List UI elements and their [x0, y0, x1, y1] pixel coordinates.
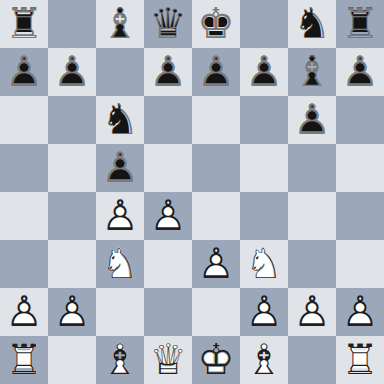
- square-g8[interactable]: ♞: [288, 0, 336, 48]
- square-f4[interactable]: [240, 192, 288, 240]
- square-a1[interactable]: ♜: [0, 336, 48, 384]
- square-f1[interactable]: ♝: [240, 336, 288, 384]
- square-d4[interactable]: ♟: [144, 192, 192, 240]
- square-f8[interactable]: [240, 0, 288, 48]
- piece-black-bishop[interactable]: ♝: [293, 51, 331, 93]
- square-f5[interactable]: [240, 144, 288, 192]
- piece-white-pawn[interactable]: ♟: [197, 243, 235, 285]
- square-e6[interactable]: [192, 96, 240, 144]
- square-e2[interactable]: [192, 288, 240, 336]
- piece-white-bishop[interactable]: ♝: [245, 339, 283, 381]
- square-a5[interactable]: [0, 144, 48, 192]
- piece-black-knight[interactable]: ♞: [101, 99, 139, 141]
- square-c7[interactable]: [96, 48, 144, 96]
- piece-white-pawn[interactable]: ♟: [53, 291, 91, 333]
- square-h5[interactable]: [336, 144, 384, 192]
- square-b8[interactable]: [48, 0, 96, 48]
- square-c4[interactable]: ♟: [96, 192, 144, 240]
- piece-white-rook[interactable]: ♜: [5, 339, 43, 381]
- square-e3[interactable]: ♟: [192, 240, 240, 288]
- square-c1[interactable]: ♝: [96, 336, 144, 384]
- square-d7[interactable]: ♟: [144, 48, 192, 96]
- square-g1[interactable]: [288, 336, 336, 384]
- square-h1[interactable]: ♜: [336, 336, 384, 384]
- square-c3[interactable]: ♞: [96, 240, 144, 288]
- square-a4[interactable]: [0, 192, 48, 240]
- piece-white-pawn[interactable]: ♟: [341, 291, 379, 333]
- piece-black-pawn[interactable]: ♟: [53, 51, 91, 93]
- piece-white-pawn[interactable]: ♟: [293, 291, 331, 333]
- piece-black-rook[interactable]: ♜: [5, 3, 43, 45]
- square-g2[interactable]: ♟: [288, 288, 336, 336]
- piece-black-pawn[interactable]: ♟: [5, 51, 43, 93]
- square-b7[interactable]: ♟: [48, 48, 96, 96]
- piece-white-pawn[interactable]: ♟: [5, 291, 43, 333]
- square-f6[interactable]: [240, 96, 288, 144]
- square-g6[interactable]: ♟: [288, 96, 336, 144]
- square-d5[interactable]: [144, 144, 192, 192]
- square-h4[interactable]: [336, 192, 384, 240]
- square-h7[interactable]: ♟: [336, 48, 384, 96]
- square-d3[interactable]: [144, 240, 192, 288]
- square-b2[interactable]: ♟: [48, 288, 96, 336]
- piece-black-rook[interactable]: ♜: [341, 3, 379, 45]
- square-d6[interactable]: [144, 96, 192, 144]
- square-e1[interactable]: ♚: [192, 336, 240, 384]
- square-e5[interactable]: [192, 144, 240, 192]
- piece-black-bishop[interactable]: ♝: [101, 3, 139, 45]
- square-c8[interactable]: ♝: [96, 0, 144, 48]
- piece-white-king[interactable]: ♚: [197, 339, 235, 381]
- square-b6[interactable]: [48, 96, 96, 144]
- piece-white-knight[interactable]: ♞: [101, 243, 139, 285]
- piece-black-knight[interactable]: ♞: [293, 3, 331, 45]
- square-b5[interactable]: [48, 144, 96, 192]
- piece-black-pawn[interactable]: ♟: [101, 147, 139, 189]
- square-h6[interactable]: [336, 96, 384, 144]
- square-b4[interactable]: [48, 192, 96, 240]
- piece-black-king[interactable]: ♚: [197, 3, 235, 45]
- square-e8[interactable]: ♚: [192, 0, 240, 48]
- square-h3[interactable]: [336, 240, 384, 288]
- square-h8[interactable]: ♜: [336, 0, 384, 48]
- piece-black-pawn[interactable]: ♟: [293, 99, 331, 141]
- piece-white-pawn[interactable]: ♟: [101, 195, 139, 237]
- square-a8[interactable]: ♜: [0, 0, 48, 48]
- square-g7[interactable]: ♝: [288, 48, 336, 96]
- piece-black-queen[interactable]: ♛: [149, 3, 187, 45]
- piece-white-pawn[interactable]: ♟: [245, 291, 283, 333]
- piece-white-knight[interactable]: ♞: [245, 243, 283, 285]
- piece-white-queen[interactable]: ♛: [149, 339, 187, 381]
- piece-white-bishop[interactable]: ♝: [101, 339, 139, 381]
- square-g5[interactable]: [288, 144, 336, 192]
- piece-black-pawn[interactable]: ♟: [341, 51, 379, 93]
- square-b1[interactable]: [48, 336, 96, 384]
- square-h2[interactable]: ♟: [336, 288, 384, 336]
- square-a7[interactable]: ♟: [0, 48, 48, 96]
- square-a6[interactable]: [0, 96, 48, 144]
- piece-black-pawn[interactable]: ♟: [149, 51, 187, 93]
- square-c2[interactable]: [96, 288, 144, 336]
- square-e7[interactable]: ♟: [192, 48, 240, 96]
- piece-black-pawn[interactable]: ♟: [245, 51, 283, 93]
- square-a2[interactable]: ♟: [0, 288, 48, 336]
- piece-black-pawn[interactable]: ♟: [197, 51, 235, 93]
- square-g3[interactable]: [288, 240, 336, 288]
- square-d8[interactable]: ♛: [144, 0, 192, 48]
- square-d2[interactable]: [144, 288, 192, 336]
- square-d1[interactable]: ♛: [144, 336, 192, 384]
- square-g4[interactable]: [288, 192, 336, 240]
- piece-white-pawn[interactable]: ♟: [149, 195, 187, 237]
- square-f7[interactable]: ♟: [240, 48, 288, 96]
- square-a3[interactable]: [0, 240, 48, 288]
- square-b3[interactable]: [48, 240, 96, 288]
- square-e4[interactable]: [192, 192, 240, 240]
- square-f3[interactable]: ♞: [240, 240, 288, 288]
- chess-board: ♜♝♛♚♞♜♟♟♟♟♟♝♟♞♟♟♟♟♞♟♞♟♟♟♟♟♜♝♛♚♝♜: [0, 0, 384, 384]
- piece-white-rook[interactable]: ♜: [341, 339, 379, 381]
- square-c6[interactable]: ♞: [96, 96, 144, 144]
- square-f2[interactable]: ♟: [240, 288, 288, 336]
- square-c5[interactable]: ♟: [96, 144, 144, 192]
